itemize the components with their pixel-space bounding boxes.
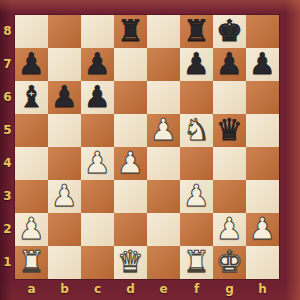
square-f1[interactable]: ♜ xyxy=(180,246,213,279)
square-f6[interactable] xyxy=(180,81,213,114)
square-d6[interactable] xyxy=(114,81,147,114)
square-e7[interactable] xyxy=(147,48,180,81)
square-e6[interactable] xyxy=(147,81,180,114)
square-e5[interactable]: ♟ xyxy=(147,114,180,147)
white-knight: ♞ xyxy=(183,114,210,146)
white-pawn: ♟ xyxy=(117,147,144,179)
square-d8[interactable]: ♜ xyxy=(114,15,147,48)
square-e1[interactable] xyxy=(147,246,180,279)
square-c2[interactable] xyxy=(81,213,114,246)
white-rook: ♜ xyxy=(183,246,210,278)
file-label-f: f xyxy=(180,279,213,300)
white-king: ♚ xyxy=(216,246,243,278)
square-a6[interactable]: ♝ xyxy=(15,81,48,114)
file-label-b: b xyxy=(48,279,81,300)
white-pawn: ♟ xyxy=(183,180,210,212)
black-pawn: ♟ xyxy=(249,48,276,80)
black-pawn: ♟ xyxy=(18,48,45,80)
square-a4[interactable] xyxy=(15,147,48,180)
file-label-a: a xyxy=(15,279,48,300)
square-c5[interactable] xyxy=(81,114,114,147)
black-pawn: ♟ xyxy=(216,48,243,80)
square-b8[interactable] xyxy=(48,15,81,48)
square-b7[interactable] xyxy=(48,48,81,81)
square-a2[interactable]: ♟ xyxy=(15,213,48,246)
square-b4[interactable] xyxy=(48,147,81,180)
square-e4[interactable] xyxy=(147,147,180,180)
square-b2[interactable] xyxy=(48,213,81,246)
square-f3[interactable]: ♟ xyxy=(180,180,213,213)
square-d4[interactable]: ♟ xyxy=(114,147,147,180)
square-g5[interactable]: ♛ xyxy=(213,114,246,147)
rank-label-4: 4 xyxy=(0,147,15,180)
square-f4[interactable] xyxy=(180,147,213,180)
square-f7[interactable]: ♟ xyxy=(180,48,213,81)
black-pawn: ♟ xyxy=(51,81,78,113)
square-g7[interactable]: ♟ xyxy=(213,48,246,81)
square-c6[interactable]: ♟ xyxy=(81,81,114,114)
square-d3[interactable] xyxy=(114,180,147,213)
black-pawn: ♟ xyxy=(183,48,210,80)
white-pawn: ♟ xyxy=(84,147,111,179)
square-b3[interactable]: ♟ xyxy=(48,180,81,213)
square-h6[interactable] xyxy=(246,81,279,114)
rank-label-8: 8 xyxy=(0,15,15,48)
square-g8[interactable]: ♚ xyxy=(213,15,246,48)
chess-board: ♜♜♚♟♟♟♟♟♝♟♟♟♞♛♟♟♟♟♟♟♟♜♛♜♚ xyxy=(15,15,279,279)
black-queen: ♛ xyxy=(216,114,243,146)
square-h7[interactable]: ♟ xyxy=(246,48,279,81)
rank-label-3: 3 xyxy=(0,180,15,213)
square-g3[interactable] xyxy=(213,180,246,213)
square-g4[interactable] xyxy=(213,147,246,180)
square-a5[interactable] xyxy=(15,114,48,147)
white-queen: ♛ xyxy=(117,246,144,278)
square-a1[interactable]: ♜ xyxy=(15,246,48,279)
rank-label-6: 6 xyxy=(0,81,15,114)
square-a8[interactable] xyxy=(15,15,48,48)
square-c4[interactable]: ♟ xyxy=(81,147,114,180)
file-label-e: e xyxy=(147,279,180,300)
square-f8[interactable]: ♜ xyxy=(180,15,213,48)
square-h4[interactable] xyxy=(246,147,279,180)
square-b5[interactable] xyxy=(48,114,81,147)
white-pawn: ♟ xyxy=(150,114,177,146)
square-a3[interactable] xyxy=(15,180,48,213)
square-g1[interactable]: ♚ xyxy=(213,246,246,279)
square-e3[interactable] xyxy=(147,180,180,213)
rank-label-7: 7 xyxy=(0,48,15,81)
square-b6[interactable]: ♟ xyxy=(48,81,81,114)
square-d7[interactable] xyxy=(114,48,147,81)
square-h8[interactable] xyxy=(246,15,279,48)
square-f5[interactable]: ♞ xyxy=(180,114,213,147)
white-pawn: ♟ xyxy=(216,213,243,245)
rank-label-1: 1 xyxy=(0,246,15,279)
rank-label-5: 5 xyxy=(0,114,15,147)
square-b1[interactable] xyxy=(48,246,81,279)
square-h1[interactable] xyxy=(246,246,279,279)
white-pawn: ♟ xyxy=(51,180,78,212)
black-rook: ♜ xyxy=(117,15,144,47)
chess-board-frame: ♜♜♚♟♟♟♟♟♝♟♟♟♞♛♟♟♟♟♟♟♟♜♛♜♚ 87654321 abcde… xyxy=(0,0,300,300)
square-g6[interactable] xyxy=(213,81,246,114)
square-f2[interactable] xyxy=(180,213,213,246)
square-c3[interactable] xyxy=(81,180,114,213)
white-rook: ♜ xyxy=(18,246,45,278)
square-g2[interactable]: ♟ xyxy=(213,213,246,246)
square-e2[interactable] xyxy=(147,213,180,246)
square-a7[interactable]: ♟ xyxy=(15,48,48,81)
square-c7[interactable]: ♟ xyxy=(81,48,114,81)
square-d1[interactable]: ♛ xyxy=(114,246,147,279)
file-label-h: h xyxy=(246,279,279,300)
square-h5[interactable] xyxy=(246,114,279,147)
black-bishop: ♝ xyxy=(18,81,45,113)
square-h3[interactable] xyxy=(246,180,279,213)
square-h2[interactable]: ♟ xyxy=(246,213,279,246)
black-king: ♚ xyxy=(216,15,243,47)
square-c1[interactable] xyxy=(81,246,114,279)
black-pawn: ♟ xyxy=(84,48,111,80)
white-pawn: ♟ xyxy=(249,213,276,245)
white-pawn: ♟ xyxy=(18,213,45,245)
file-label-d: d xyxy=(114,279,147,300)
square-c8[interactable] xyxy=(81,15,114,48)
rank-label-2: 2 xyxy=(0,213,15,246)
black-pawn: ♟ xyxy=(84,81,111,113)
square-d5[interactable] xyxy=(114,114,147,147)
square-e8[interactable] xyxy=(147,15,180,48)
file-label-g: g xyxy=(213,279,246,300)
square-d2[interactable] xyxy=(114,213,147,246)
file-label-c: c xyxy=(81,279,114,300)
black-rook: ♜ xyxy=(183,15,210,47)
